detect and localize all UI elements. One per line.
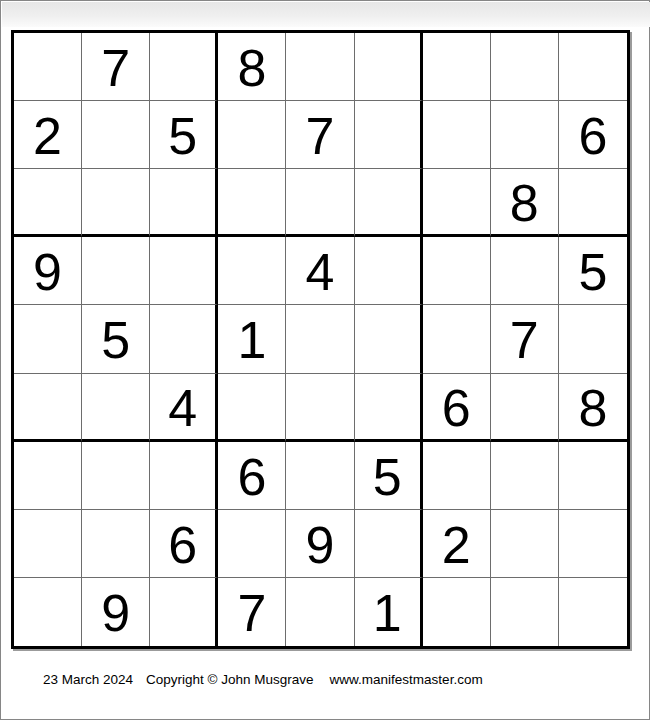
cell-r4c9[interactable]: 5: [559, 237, 627, 305]
cell-r3c9[interactable]: [559, 169, 627, 237]
cell-r3c6[interactable]: [355, 169, 423, 237]
cell-r4c5[interactable]: 4: [286, 237, 354, 305]
cell-r3c8[interactable]: 8: [491, 169, 559, 237]
cell-r8c8[interactable]: [491, 510, 559, 578]
cell-r8c2[interactable]: [82, 510, 150, 578]
given-digit: 8: [510, 177, 539, 229]
cell-r9c4[interactable]: 7: [218, 578, 286, 646]
given-digit: 2: [33, 110, 62, 162]
cell-r7c4[interactable]: 6: [218, 442, 286, 510]
given-digit: 5: [373, 451, 402, 503]
given-digit: 5: [168, 110, 197, 162]
cell-r4c4[interactable]: [218, 237, 286, 305]
cell-r2c2[interactable]: [82, 101, 150, 169]
cell-r2c4[interactable]: [218, 101, 286, 169]
given-digit: 1: [237, 314, 266, 366]
cell-r4c8[interactable]: [491, 237, 559, 305]
cell-r6c8[interactable]: [491, 374, 559, 442]
cell-r9c3[interactable]: [150, 578, 218, 646]
given-digit: 6: [442, 382, 471, 434]
cell-r8c6[interactable]: [355, 510, 423, 578]
cell-r3c3[interactable]: [150, 169, 218, 237]
cell-r2c5[interactable]: 7: [286, 101, 354, 169]
cell-r6c1[interactable]: [14, 374, 82, 442]
cell-r9c1[interactable]: [14, 578, 82, 646]
given-digit: 7: [237, 587, 266, 639]
cell-r1c6[interactable]: [355, 33, 423, 101]
cell-r9c9[interactable]: [559, 578, 627, 646]
cell-r3c1[interactable]: [14, 169, 82, 237]
sudoku-board: 782576894551746865692971: [11, 30, 630, 649]
cell-r7c6[interactable]: 5: [355, 442, 423, 510]
cell-r4c2[interactable]: [82, 237, 150, 305]
cell-r2c8[interactable]: [491, 101, 559, 169]
cell-r5c2[interactable]: 5: [82, 305, 150, 373]
cell-r9c6[interactable]: 1: [355, 578, 423, 646]
cell-r5c1[interactable]: [14, 305, 82, 373]
cell-r1c1[interactable]: [14, 33, 82, 101]
given-digit: 8: [578, 382, 607, 434]
cell-r8c5[interactable]: 9: [286, 510, 354, 578]
given-digit: 4: [168, 382, 197, 434]
cell-r7c3[interactable]: [150, 442, 218, 510]
given-digit: 7: [306, 110, 335, 162]
cell-r7c9[interactable]: [559, 442, 627, 510]
cell-r2c6[interactable]: [355, 101, 423, 169]
given-digit: 8: [237, 42, 266, 94]
cell-r2c7[interactable]: [423, 101, 491, 169]
cell-r2c3[interactable]: 5: [150, 101, 218, 169]
cell-r1c8[interactable]: [491, 33, 559, 101]
footer-copyright: Copyright © John Musgrave: [146, 672, 314, 687]
cell-r1c5[interactable]: [286, 33, 354, 101]
footer-website: www.manifestmaster.com: [330, 672, 483, 687]
given-digit: 7: [101, 42, 130, 94]
cell-r4c1[interactable]: 9: [14, 237, 82, 305]
cell-r4c7[interactable]: [423, 237, 491, 305]
footer-date: 23 March 2024: [43, 672, 133, 687]
cell-r3c4[interactable]: [218, 169, 286, 237]
top-band: [2, 2, 650, 27]
cell-r4c3[interactable]: [150, 237, 218, 305]
given-digit: 5: [578, 246, 607, 298]
cell-r3c2[interactable]: [82, 169, 150, 237]
cell-r6c2[interactable]: [82, 374, 150, 442]
cell-r2c9[interactable]: 6: [559, 101, 627, 169]
cell-r1c9[interactable]: [559, 33, 627, 101]
cell-r5c6[interactable]: [355, 305, 423, 373]
cell-r8c3[interactable]: 6: [150, 510, 218, 578]
footer: 23 March 2024Copyright © John Musgraveww…: [43, 672, 483, 687]
cell-r5c5[interactable]: [286, 305, 354, 373]
cell-r7c7[interactable]: [423, 442, 491, 510]
given-digit: 9: [33, 246, 62, 298]
given-digit: 7: [510, 314, 539, 366]
cell-r3c7[interactable]: [423, 169, 491, 237]
cell-r9c2[interactable]: 9: [82, 578, 150, 646]
cell-r5c4[interactable]: 1: [218, 305, 286, 373]
cell-r1c7[interactable]: [423, 33, 491, 101]
cell-r5c3[interactable]: [150, 305, 218, 373]
cell-r7c5[interactable]: [286, 442, 354, 510]
given-digit: 1: [373, 587, 402, 639]
given-digit: 2: [442, 519, 471, 571]
cell-r5c7[interactable]: [423, 305, 491, 373]
cell-r7c2[interactable]: [82, 442, 150, 510]
given-digit: 6: [578, 110, 607, 162]
cell-r1c4[interactable]: 8: [218, 33, 286, 101]
cell-r6c9[interactable]: 8: [559, 374, 627, 442]
given-digit: 6: [237, 451, 266, 503]
cell-r6c3[interactable]: 4: [150, 374, 218, 442]
cell-r6c5[interactable]: [286, 374, 354, 442]
cell-r9c5[interactable]: [286, 578, 354, 646]
cell-r8c7[interactable]: 2: [423, 510, 491, 578]
cell-r5c8[interactable]: 7: [491, 305, 559, 373]
cell-r7c8[interactable]: [491, 442, 559, 510]
given-digit: 4: [306, 246, 335, 298]
cell-r4c6[interactable]: [355, 237, 423, 305]
page-frame: 782576894551746865692971 23 March 2024Co…: [0, 0, 650, 720]
given-digit: 6: [168, 519, 197, 571]
given-digit: 9: [101, 587, 130, 639]
cell-r6c7[interactable]: 6: [423, 374, 491, 442]
given-digit: 5: [101, 314, 130, 366]
cell-r7c1[interactable]: [14, 442, 82, 510]
cell-r8c1[interactable]: [14, 510, 82, 578]
cell-r6c6[interactable]: [355, 374, 423, 442]
cell-r2c1[interactable]: 2: [14, 101, 82, 169]
cell-r3c5[interactable]: [286, 169, 354, 237]
cell-r8c4[interactable]: [218, 510, 286, 578]
given-digit: 9: [306, 519, 335, 571]
cell-r5c9[interactable]: [559, 305, 627, 373]
cell-r8c9[interactable]: [559, 510, 627, 578]
cell-r1c3[interactable]: [150, 33, 218, 101]
cell-r9c8[interactable]: [491, 578, 559, 646]
cell-r9c7[interactable]: [423, 578, 491, 646]
cell-r1c2[interactable]: 7: [82, 33, 150, 101]
cell-r6c4[interactable]: [218, 374, 286, 442]
